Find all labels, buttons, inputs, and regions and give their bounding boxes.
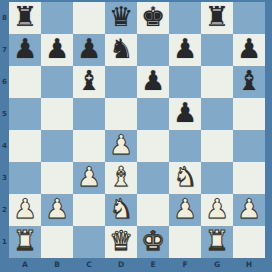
square-c3[interactable]: ♟: [73, 162, 105, 194]
square-h4[interactable]: [233, 130, 265, 162]
piece-white-rook-g1[interactable]: ♜: [205, 225, 229, 257]
square-e3[interactable]: [137, 162, 169, 194]
piece-black-pawn-h7[interactable]: ♟: [237, 33, 261, 65]
file-label-F: F: [169, 258, 201, 272]
file-label-H: H: [233, 258, 265, 272]
rank-label-4: 4: [0, 130, 9, 162]
square-c7[interactable]: ♟: [73, 34, 105, 66]
square-a6[interactable]: [9, 66, 41, 98]
square-a8[interactable]: ♜: [9, 2, 41, 34]
square-f8[interactable]: [169, 2, 201, 34]
square-f5[interactable]: ♟: [169, 98, 201, 130]
piece-black-pawn-c7[interactable]: ♟: [77, 33, 101, 65]
square-b6[interactable]: [41, 66, 73, 98]
square-h3[interactable]: [233, 162, 265, 194]
piece-white-pawn-g2[interactable]: ♟: [205, 193, 229, 225]
square-b5[interactable]: [41, 98, 73, 130]
square-e7[interactable]: [137, 34, 169, 66]
piece-black-pawn-a7[interactable]: ♟: [13, 33, 37, 65]
square-g2[interactable]: ♟: [201, 194, 233, 226]
piece-black-pawn-f7[interactable]: ♟: [173, 33, 197, 65]
square-g8[interactable]: ♜: [201, 2, 233, 34]
square-f4[interactable]: [169, 130, 201, 162]
square-g3[interactable]: [201, 162, 233, 194]
square-c4[interactable]: [73, 130, 105, 162]
square-d4[interactable]: ♟: [105, 130, 137, 162]
square-h6[interactable]: ♝: [233, 66, 265, 98]
square-c6[interactable]: ♝: [73, 66, 105, 98]
piece-black-queen-d8[interactable]: ♛: [109, 1, 133, 33]
piece-black-rook-a8[interactable]: ♜: [13, 1, 37, 33]
file-label-C: C: [73, 258, 105, 272]
square-a2[interactable]: ♟: [9, 194, 41, 226]
piece-white-pawn-b2[interactable]: ♟: [45, 193, 69, 225]
chess-board[interactable]: ♜♛♚♜♟♟♟♞♟♟♝♟♝♟♟♟♝♞♟♟♞♟♟♟♜♛♚♜: [9, 2, 265, 258]
piece-white-knight-f3[interactable]: ♞: [173, 161, 197, 193]
piece-white-queen-d1[interactable]: ♛: [109, 225, 133, 257]
file-label-E: E: [137, 258, 169, 272]
square-h8[interactable]: [233, 2, 265, 34]
square-a3[interactable]: [9, 162, 41, 194]
square-b8[interactable]: [41, 2, 73, 34]
piece-white-pawn-h2[interactable]: ♟: [237, 193, 261, 225]
square-f1[interactable]: [169, 226, 201, 258]
square-g1[interactable]: ♜: [201, 226, 233, 258]
piece-white-pawn-d4[interactable]: ♟: [109, 129, 133, 161]
piece-black-pawn-b7[interactable]: ♟: [45, 33, 69, 65]
square-h1[interactable]: [233, 226, 265, 258]
square-d8[interactable]: ♛: [105, 2, 137, 34]
square-g5[interactable]: [201, 98, 233, 130]
piece-black-bishop-h6[interactable]: ♝: [237, 65, 261, 97]
square-f3[interactable]: ♞: [169, 162, 201, 194]
rank-coordinates: 87654321: [0, 2, 9, 258]
piece-black-king-e8[interactable]: ♚: [141, 1, 165, 33]
piece-white-pawn-c3[interactable]: ♟: [77, 161, 101, 193]
rank-label-7: 7: [0, 34, 9, 66]
square-g4[interactable]: [201, 130, 233, 162]
square-c2[interactable]: [73, 194, 105, 226]
square-e6[interactable]: ♟: [137, 66, 169, 98]
square-b7[interactable]: ♟: [41, 34, 73, 66]
piece-black-pawn-f5[interactable]: ♟: [173, 97, 197, 129]
square-c5[interactable]: [73, 98, 105, 130]
rank-label-6: 6: [0, 66, 9, 98]
square-f6[interactable]: [169, 66, 201, 98]
square-d3[interactable]: ♝: [105, 162, 137, 194]
piece-black-rook-g8[interactable]: ♜: [205, 1, 229, 33]
square-d7[interactable]: ♞: [105, 34, 137, 66]
square-h2[interactable]: ♟: [233, 194, 265, 226]
square-g7[interactable]: [201, 34, 233, 66]
piece-black-knight-d7[interactable]: ♞: [109, 33, 133, 65]
piece-black-bishop-c6[interactable]: ♝: [77, 65, 101, 97]
piece-white-bishop-d3[interactable]: ♝: [109, 161, 133, 193]
square-c1[interactable]: [73, 226, 105, 258]
square-c8[interactable]: [73, 2, 105, 34]
piece-white-king-e1[interactable]: ♚: [141, 225, 165, 257]
square-b2[interactable]: ♟: [41, 194, 73, 226]
square-f7[interactable]: ♟: [169, 34, 201, 66]
square-a7[interactable]: ♟: [9, 34, 41, 66]
square-d2[interactable]: ♞: [105, 194, 137, 226]
square-f2[interactable]: ♟: [169, 194, 201, 226]
file-coordinates: ABCDEFGH: [9, 258, 265, 272]
rank-label-3: 3: [0, 162, 9, 194]
square-e4[interactable]: [137, 130, 169, 162]
square-d1[interactable]: ♛: [105, 226, 137, 258]
square-g6[interactable]: [201, 66, 233, 98]
rank-label-1: 1: [0, 226, 9, 258]
square-b1[interactable]: [41, 226, 73, 258]
square-e8[interactable]: ♚: [137, 2, 169, 34]
piece-white-rook-a1[interactable]: ♜: [13, 225, 37, 257]
rank-label-8: 8: [0, 2, 9, 34]
square-h7[interactable]: ♟: [233, 34, 265, 66]
square-b4[interactable]: [41, 130, 73, 162]
chess-board-window: 87654321 ♜♛♚♜♟♟♟♞♟♟♝♟♝♟♟♟♝♞♟♟♞♟♟♟♜♛♚♜ AB…: [0, 0, 272, 272]
square-e2[interactable]: [137, 194, 169, 226]
file-label-G: G: [201, 258, 233, 272]
piece-white-knight-d2[interactable]: ♞: [109, 193, 133, 225]
file-label-A: A: [9, 258, 41, 272]
square-d5[interactable]: [105, 98, 137, 130]
piece-white-pawn-f2[interactable]: ♟: [173, 193, 197, 225]
file-label-D: D: [105, 258, 137, 272]
square-a4[interactable]: [9, 130, 41, 162]
square-b3[interactable]: [41, 162, 73, 194]
square-a5[interactable]: [9, 98, 41, 130]
file-label-B: B: [41, 258, 73, 272]
square-d6[interactable]: [105, 66, 137, 98]
square-e1[interactable]: ♚: [137, 226, 169, 258]
square-a1[interactable]: ♜: [9, 226, 41, 258]
rank-label-2: 2: [0, 194, 9, 226]
square-e5[interactable]: [137, 98, 169, 130]
piece-black-pawn-e6[interactable]: ♟: [141, 65, 165, 97]
rank-label-5: 5: [0, 98, 9, 130]
piece-white-pawn-a2[interactable]: ♟: [13, 193, 37, 225]
square-h5[interactable]: [233, 98, 265, 130]
